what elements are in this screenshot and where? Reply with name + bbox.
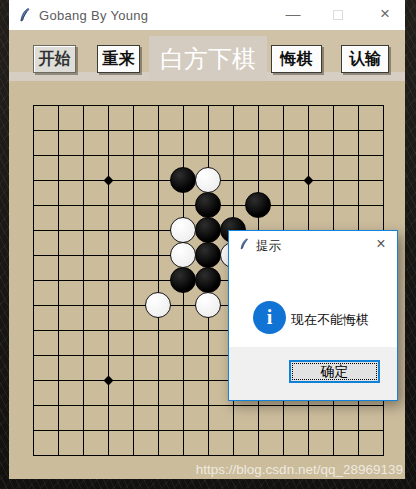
desktop-background: Gobang By Young — × 白方下棋 开始 重来 悔棋 认输 htt… — [0, 0, 416, 489]
black-stone — [195, 267, 221, 293]
ok-button[interactable]: 确定 — [289, 360, 380, 383]
close-button[interactable]: × — [368, 0, 402, 30]
black-stone — [195, 192, 221, 218]
black-stone — [195, 217, 221, 243]
start-button[interactable]: 开始 — [33, 45, 76, 73]
dialog-close-button[interactable]: × — [369, 231, 393, 258]
black-stone — [195, 242, 221, 268]
black-stone — [170, 167, 196, 193]
restart-button[interactable]: 重来 — [97, 45, 140, 73]
turn-indicator-label: 白方下棋 — [149, 36, 267, 81]
dialog-message: 现在不能悔棋 — [291, 311, 369, 329]
white-stone — [145, 292, 171, 318]
white-stone — [195, 167, 221, 193]
maximize-button[interactable] — [321, 0, 355, 30]
white-stone — [170, 242, 196, 268]
toolbar: 白方下棋 开始 重来 悔棋 认输 — [9, 30, 405, 81]
message-dialog: 提示 × i 现在不能悔棋 确定 — [228, 230, 398, 401]
window-titlebar[interactable]: Gobang By Young — × — [9, 0, 405, 30]
resign-button[interactable]: 认输 — [341, 45, 389, 73]
watermark-url: https://blog.csdn.net/qq_28969139 — [196, 462, 403, 477]
feather-app-icon — [17, 7, 32, 23]
dialog-titlebar[interactable]: 提示 × — [229, 231, 397, 258]
undo-button[interactable]: 悔棋 — [271, 45, 322, 73]
black-stone — [245, 192, 271, 218]
black-stone — [170, 267, 196, 293]
maximize-icon — [333, 10, 343, 20]
info-icon: i — [253, 301, 286, 334]
turn-label-background: 白方下棋 — [149, 36, 267, 81]
white-stone — [170, 217, 196, 243]
minimize-button[interactable]: — — [276, 0, 310, 30]
feather-dialog-icon — [238, 237, 250, 251]
dialog-title: 提示 — [256, 238, 281, 255]
window-title: Gobang By Young — [39, 8, 148, 23]
dialog-footer: 确定 — [229, 347, 397, 400]
white-stone — [195, 292, 221, 318]
